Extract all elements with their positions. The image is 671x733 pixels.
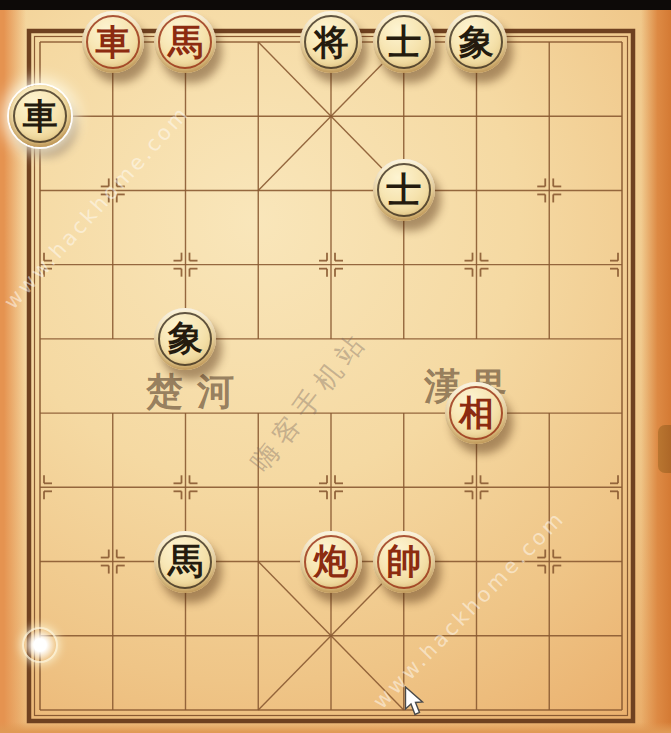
piece-character: 炮 [313,543,348,578]
piece-black-elephant[interactable]: 象 [154,308,216,370]
river-label-chu-he: 楚河 [146,367,248,417]
piece-character: 象 [168,320,203,355]
piece-red-chariot[interactable]: 車 [82,11,144,73]
xiangqi-board-grid [0,0,671,733]
piece-black-horse[interactable]: 馬 [154,531,216,593]
piece-red-cannon[interactable]: 炮 [300,531,362,593]
piece-character: 将 [313,24,348,59]
partial-side-button[interactable] [658,425,671,473]
piece-character: 馬 [168,543,203,578]
move-indicator-glow[interactable] [24,629,56,661]
top-black-bar [0,0,671,10]
piece-character: 帥 [386,543,421,578]
piece-black-advisor[interactable]: 士 [373,159,435,221]
mouse-cursor-icon [404,686,427,717]
piece-character: 士 [386,172,421,207]
piece-black-chariot[interactable]: 車 [9,85,71,147]
piece-character: 象 [459,24,494,59]
piece-character: 車 [22,98,57,133]
piece-character: 馬 [168,24,203,59]
piece-black-advisor[interactable]: 士 [373,11,435,73]
piece-character: 士 [386,24,421,59]
piece-black-general[interactable]: 将 [300,11,362,73]
piece-character: 車 [95,24,130,59]
piece-character: 相 [459,395,494,430]
piece-red-general[interactable]: 帥 [373,531,435,593]
xiangqi-game-screen: 楚河 漢界 車馬将士象車士象相馬炮帥 www.hackhome.com 嗨客手机… [0,0,671,733]
